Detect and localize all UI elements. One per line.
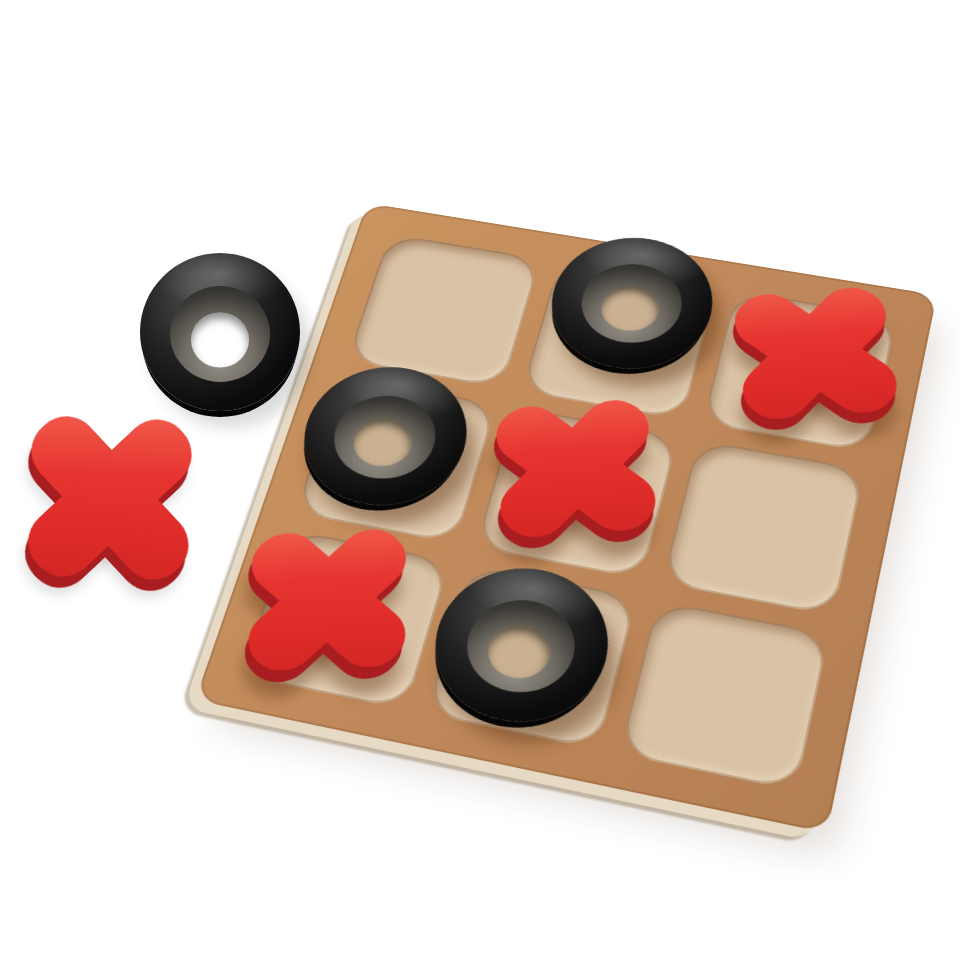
board-face <box>195 203 937 833</box>
cell-2-2[interactable] <box>618 600 829 791</box>
board-grid <box>240 234 897 791</box>
game-board <box>195 203 937 833</box>
scene <box>0 0 960 960</box>
piece-o[interactable] <box>535 227 727 381</box>
cell-2-0[interactable] <box>240 529 451 710</box>
piece-o-ring <box>535 227 727 381</box>
piece-x-top <box>701 260 930 448</box>
off-board-piece-o[interactable] <box>140 252 300 412</box>
piece-x[interactable] <box>701 260 930 448</box>
piece-o[interactable] <box>284 355 484 519</box>
cell-2-1[interactable] <box>426 564 637 750</box>
cell-0-2[interactable] <box>701 290 897 453</box>
piece-o-ring <box>416 555 625 738</box>
cell-1-2[interactable] <box>661 440 864 616</box>
cell-1-1[interactable] <box>475 408 678 579</box>
piece-o-ring <box>284 355 484 519</box>
piece-o[interactable] <box>416 555 625 738</box>
piece-o-ring <box>140 253 300 411</box>
